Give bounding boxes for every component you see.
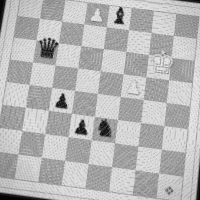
board-square[interactable] xyxy=(115,120,141,147)
board-square[interactable] xyxy=(141,100,167,126)
board-square[interactable] xyxy=(72,91,98,117)
board-square[interactable] xyxy=(52,65,78,90)
piece-black-bishop[interactable]: ♝ xyxy=(107,4,132,28)
piece-black-queen[interactable]: ♛ xyxy=(33,34,60,64)
board-square[interactable] xyxy=(159,150,185,177)
board-square[interactable] xyxy=(167,80,192,106)
piece-black-pawn[interactable]: ♟ xyxy=(49,90,75,112)
board-square[interactable] xyxy=(65,137,92,164)
board-square[interactable] xyxy=(162,126,188,153)
board-square[interactable] xyxy=(101,49,126,74)
board-square[interactable] xyxy=(109,167,136,194)
piece-black-knight[interactable]: ♞ xyxy=(92,115,118,141)
chess-board: ❖ ♟♝♛♚♟♟♟♞ chessbazaar xyxy=(0,0,200,200)
board-square[interactable] xyxy=(81,24,106,49)
board-square[interactable] xyxy=(45,111,71,137)
board-square[interactable] xyxy=(38,158,65,185)
board-square[interactable] xyxy=(124,52,149,77)
piece-black-pawn[interactable]: ♟ xyxy=(69,116,95,138)
board-square[interactable] xyxy=(174,14,199,39)
board-square[interactable] xyxy=(129,9,154,33)
board-square[interactable] xyxy=(164,103,190,129)
board-square[interactable] xyxy=(144,77,169,103)
playing-area: ❖ ♟♝♛♚♟♟♟♞ xyxy=(0,0,199,200)
board-square[interactable] xyxy=(104,27,129,52)
board-square[interactable] xyxy=(118,97,144,123)
board-square[interactable] xyxy=(62,0,87,24)
board-square[interactable] xyxy=(98,71,124,97)
board-square[interactable] xyxy=(42,134,69,161)
board-square[interactable] xyxy=(112,143,138,170)
board-square[interactable] xyxy=(85,164,112,191)
board-square[interactable] xyxy=(78,46,104,71)
piece-white-pawn[interactable]: ♟ xyxy=(85,5,110,26)
board-square[interactable] xyxy=(151,11,176,35)
piece-white-king[interactable]: ♚ xyxy=(147,45,173,78)
board-photo: ❖ ♟♝♛♚♟♟♟♞ chessbazaar xyxy=(0,0,200,200)
board-square[interactable] xyxy=(59,22,85,47)
board-square[interactable] xyxy=(138,123,164,150)
board-square[interactable] xyxy=(133,170,159,198)
board-square[interactable] xyxy=(136,146,162,173)
board-square[interactable] xyxy=(62,161,89,188)
board-square[interactable] xyxy=(89,140,115,167)
board-square[interactable] xyxy=(75,68,101,94)
piece-white-pawn[interactable]: ♟ xyxy=(121,76,146,98)
board-square[interactable] xyxy=(126,30,151,55)
